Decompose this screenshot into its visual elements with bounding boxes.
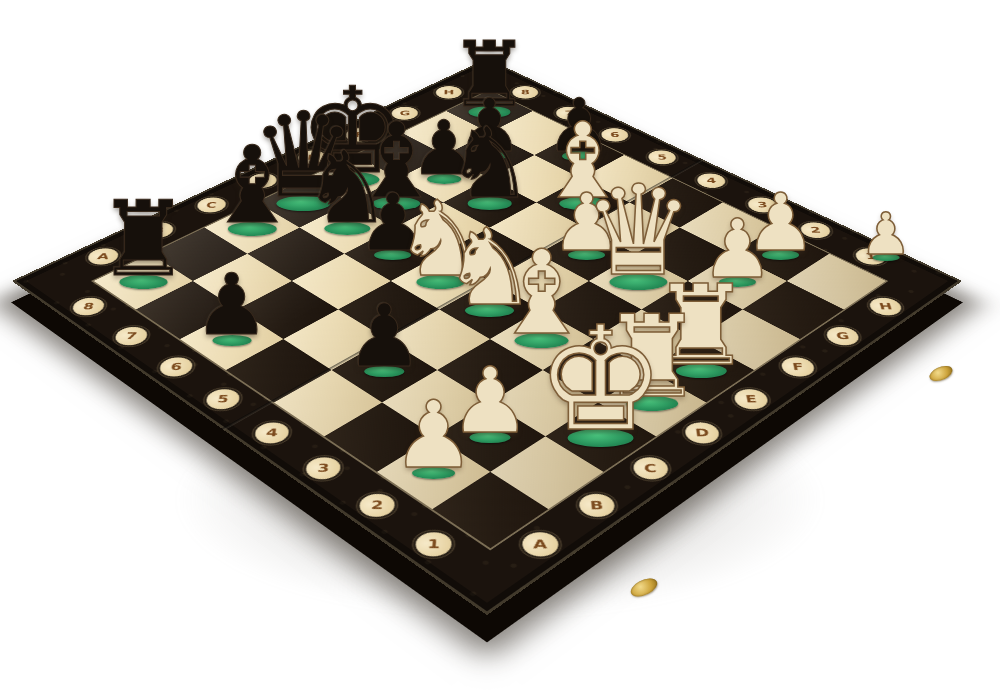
scene: 87654321 87654321 ABCDEFGH ABCDEFGH (0, 0, 1000, 700)
chess-photo-recreation: r1bqk2r/3nbpp1/p2p1n1p/3N2B1/1p1N1P2/3B1… (0, 0, 1000, 700)
chessboard: 87654321 87654321 ABCDEFGH ABCDEFGH (12, 59, 962, 616)
chessboard-squares (91, 89, 889, 550)
